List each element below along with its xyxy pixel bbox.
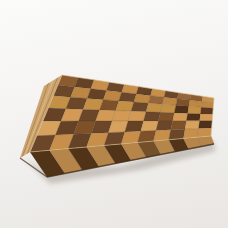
cutting-board-photo: [0, 0, 228, 228]
board-cell-r5c8: [156, 121, 173, 131]
board-cell-r2c3: [87, 89, 106, 100]
board-cell-r2c10: [189, 100, 202, 107]
board-cell-r5c11: [199, 121, 213, 129]
board-cell-r3c11: [200, 107, 213, 114]
board-cell-r2c9: [176, 99, 190, 107]
board-cell-r5c7: [141, 121, 159, 131]
board-cell-r3c7: [146, 103, 162, 112]
board-cell-r2c8: [162, 97, 177, 105]
board-cell-r4c6: [128, 111, 146, 121]
board-cell-r3c6: [131, 102, 148, 112]
board-cell-r4c7: [144, 112, 161, 121]
board-cell-r3c5: [116, 101, 134, 111]
board-cell-r3c10: [188, 106, 202, 114]
board-cell-r4c8: [158, 112, 174, 121]
board-cell-r4c11: [200, 114, 213, 121]
board-cell-r2c4: [103, 91, 121, 101]
board-cell-r4c9: [173, 113, 188, 121]
board-cell-r3c8: [160, 104, 175, 113]
board-cell-r4c10: [186, 113, 200, 120]
board-cell-r2c6: [134, 94, 151, 103]
board-cell-r5c9: [171, 121, 187, 130]
board-cell-r2c5: [119, 92, 136, 102]
board-cell-r5c10: [185, 121, 200, 129]
board-cell-r2c7: [148, 96, 164, 105]
board-cell-r3c9: [174, 105, 189, 113]
board-cell-r4c5: [112, 111, 131, 121]
board-cell-r5c6: [125, 121, 144, 132]
photo-background: [0, 0, 228, 228]
